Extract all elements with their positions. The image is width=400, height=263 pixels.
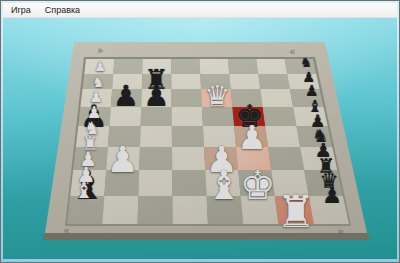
piece-black-pawn-c6[interactable]: ♟ — [143, 83, 169, 112]
app-window: Игра Справка »««»♜♟♟♛♟♚♟♟♟♝♝♚♜♟♞♟♟♞♜♟♟♝♞… — [0, 0, 400, 263]
menu-bar: Игра Справка — [3, 3, 397, 18]
piece-white-king-f2[interactable]: ♚ — [240, 165, 276, 205]
piece-white-queen-e6[interactable]: ♛ — [204, 83, 230, 112]
captured-white-knight: ♞ — [92, 75, 105, 89]
frame-arrow-ornament-icon: « — [62, 225, 70, 237]
frame-arrow-ornament-icon: « — [288, 46, 296, 58]
board-stage: »««»♜♟♟♛♟♚♟♟♟♝♝♚♜♟♞♟♟♞♜♟♟♝♞♟♟♝♟♞♟♜♛♟ — [1, 1, 400, 263]
piece-white-pawn-b3[interactable]: ♟ — [107, 142, 139, 178]
captured-white-pawn: ♟ — [94, 60, 106, 73]
menu-help[interactable]: Справка — [45, 4, 80, 17]
captured-black-pawn: ♟ — [322, 185, 342, 207]
piece-white-pawn-f4[interactable]: ♟ — [237, 121, 267, 154]
captured-white-bishop: ♝ — [74, 180, 94, 202]
piece-white-rook-g1[interactable]: ♜ — [276, 190, 315, 234]
piece-white-bishop-e2[interactable]: ♝ — [206, 165, 242, 205]
frame-arrow-ornament-icon: » — [336, 226, 344, 238]
captured-black-knight: ♞ — [300, 56, 312, 69]
menu-game[interactable]: Игра — [11, 4, 31, 17]
piece-black-pawn-b6[interactable]: ♟ — [113, 83, 139, 112]
